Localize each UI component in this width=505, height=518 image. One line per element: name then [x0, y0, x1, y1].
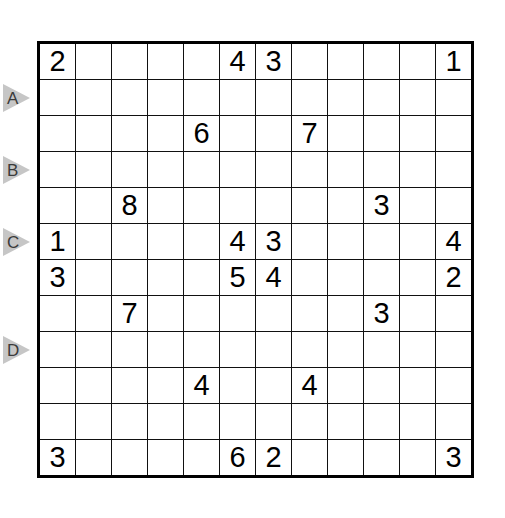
- cell-r10c3[interactable]: [112, 368, 147, 403]
- cell-r5c7[interactable]: [256, 188, 291, 223]
- cell-r7c5[interactable]: [184, 260, 219, 295]
- cell-r7c2[interactable]: [76, 260, 111, 295]
- cell-r7c12[interactable]: 2: [436, 260, 471, 295]
- cell-r9c7[interactable]: [256, 332, 291, 367]
- cell-r7c7[interactable]: 4: [256, 260, 291, 295]
- cell-r4c10[interactable]: [364, 152, 399, 187]
- cell-r12c4[interactable]: [148, 440, 183, 475]
- answer-row-marker-b-icon: B: [3, 156, 30, 184]
- cell-r2c4[interactable]: [148, 80, 183, 115]
- puzzle-grid: 243167831434354273443623: [37, 41, 474, 478]
- cell-r5c9[interactable]: [328, 188, 363, 223]
- cell-r8c1[interactable]: [40, 296, 75, 331]
- cell-r4c5[interactable]: [184, 152, 219, 187]
- cell-r3c1[interactable]: [40, 116, 75, 151]
- cell-r6c10[interactable]: [364, 224, 399, 259]
- cell-r8c3[interactable]: 7: [112, 296, 147, 331]
- cell-r3c7[interactable]: [256, 116, 291, 151]
- cell-r9c2[interactable]: [76, 332, 111, 367]
- cell-r12c1[interactable]: 3: [40, 440, 75, 475]
- cell-r9c6[interactable]: [220, 332, 255, 367]
- cell-r6c9[interactable]: [328, 224, 363, 259]
- cell-r11c4[interactable]: [148, 404, 183, 439]
- answer-row-marker-a-icon: A: [3, 84, 30, 112]
- cell-r10c7[interactable]: [256, 368, 291, 403]
- cell-r11c1[interactable]: [40, 404, 75, 439]
- cell-r8c4[interactable]: [148, 296, 183, 331]
- cell-r3c5[interactable]: 6: [184, 116, 219, 151]
- cell-r2c12[interactable]: [436, 80, 471, 115]
- cell-r6c6[interactable]: 4: [220, 224, 255, 259]
- cell-r2c5[interactable]: [184, 80, 219, 115]
- cell-r12c11[interactable]: [400, 440, 435, 475]
- cell-r10c11[interactable]: [400, 368, 435, 403]
- cell-r10c8[interactable]: 4: [292, 368, 327, 403]
- cell-r3c10[interactable]: [364, 116, 399, 151]
- cell-r8c10[interactable]: 3: [364, 296, 399, 331]
- cell-r2c8[interactable]: [292, 80, 327, 115]
- cell-r2c3[interactable]: [112, 80, 147, 115]
- cell-r12c6[interactable]: 6: [220, 440, 255, 475]
- cell-r1c7[interactable]: 3: [256, 44, 291, 79]
- cell-r1c6[interactable]: 4: [220, 44, 255, 79]
- cell-r6c8[interactable]: [292, 224, 327, 259]
- cell-r12c7[interactable]: 2: [256, 440, 291, 475]
- cell-r4c6[interactable]: [220, 152, 255, 187]
- puzzle-page: A B C D 243167831434354273443623: [0, 0, 505, 518]
- cell-r6c2[interactable]: [76, 224, 111, 259]
- cell-r5c11[interactable]: [400, 188, 435, 223]
- cell-r7c9[interactable]: [328, 260, 363, 295]
- cell-r8c9[interactable]: [328, 296, 363, 331]
- cell-r1c8[interactable]: [292, 44, 327, 79]
- cell-r6c3[interactable]: [112, 224, 147, 259]
- cell-r3c9[interactable]: [328, 116, 363, 151]
- cell-r1c10[interactable]: [364, 44, 399, 79]
- cell-r1c11[interactable]: [400, 44, 435, 79]
- cell-r5c2[interactable]: [76, 188, 111, 223]
- cell-r4c11[interactable]: [400, 152, 435, 187]
- cell-r1c5[interactable]: [184, 44, 219, 79]
- cell-r10c6[interactable]: [220, 368, 255, 403]
- cell-r10c2[interactable]: [76, 368, 111, 403]
- cell-r9c4[interactable]: [148, 332, 183, 367]
- cell-r3c3[interactable]: [112, 116, 147, 151]
- cell-r7c8[interactable]: [292, 260, 327, 295]
- cell-r7c3[interactable]: [112, 260, 147, 295]
- cell-r9c9[interactable]: [328, 332, 363, 367]
- cell-r9c5[interactable]: [184, 332, 219, 367]
- cell-r2c9[interactable]: [328, 80, 363, 115]
- cell-r2c10[interactable]: [364, 80, 399, 115]
- cell-r6c7[interactable]: 3: [256, 224, 291, 259]
- answer-row-letter-b: B: [3, 162, 18, 179]
- cell-r7c10[interactable]: [364, 260, 399, 295]
- cell-r2c7[interactable]: [256, 80, 291, 115]
- cell-r5c8[interactable]: [292, 188, 327, 223]
- cell-r6c1[interactable]: 1: [40, 224, 75, 259]
- cell-r3c2[interactable]: [76, 116, 111, 151]
- cell-r11c8[interactable]: [292, 404, 327, 439]
- cell-r11c7[interactable]: [256, 404, 291, 439]
- cell-r1c9[interactable]: [328, 44, 363, 79]
- cell-r5c4[interactable]: [148, 188, 183, 223]
- cell-r4c4[interactable]: [148, 152, 183, 187]
- cell-r6c11[interactable]: [400, 224, 435, 259]
- cell-r12c2[interactable]: [76, 440, 111, 475]
- cell-r8c2[interactable]: [76, 296, 111, 331]
- cell-r4c3[interactable]: [112, 152, 147, 187]
- cell-r11c12[interactable]: [436, 404, 471, 439]
- cell-r9c3[interactable]: [112, 332, 147, 367]
- cell-r9c8[interactable]: [292, 332, 327, 367]
- cell-r12c9[interactable]: [328, 440, 363, 475]
- cell-r8c8[interactable]: [292, 296, 327, 331]
- cell-r12c10[interactable]: [364, 440, 399, 475]
- cell-r10c1[interactable]: [40, 368, 75, 403]
- cell-r11c11[interactable]: [400, 404, 435, 439]
- cell-r7c4[interactable]: [148, 260, 183, 295]
- cell-r4c9[interactable]: [328, 152, 363, 187]
- cell-r9c11[interactable]: [400, 332, 435, 367]
- cell-r5c6[interactable]: [220, 188, 255, 223]
- cell-r10c12[interactable]: [436, 368, 471, 403]
- cell-r5c5[interactable]: [184, 188, 219, 223]
- cell-r10c10[interactable]: [364, 368, 399, 403]
- cell-r6c5[interactable]: [184, 224, 219, 259]
- cell-r12c8[interactable]: [292, 440, 327, 475]
- cell-r3c12[interactable]: [436, 116, 471, 151]
- cell-r7c11[interactable]: [400, 260, 435, 295]
- cell-r7c1[interactable]: 3: [40, 260, 75, 295]
- answer-row-marker-d-icon: D: [3, 336, 30, 364]
- answer-row-letter-d: D: [3, 342, 19, 359]
- cell-r3c8[interactable]: 7: [292, 116, 327, 151]
- cell-r10c4[interactable]: [148, 368, 183, 403]
- cell-r4c1[interactable]: [40, 152, 75, 187]
- cell-r1c1[interactable]: 2: [40, 44, 75, 79]
- cell-r9c12[interactable]: [436, 332, 471, 367]
- cell-r12c3[interactable]: [112, 440, 147, 475]
- cell-r3c4[interactable]: [148, 116, 183, 151]
- cell-r10c9[interactable]: [328, 368, 363, 403]
- cell-r5c1[interactable]: [40, 188, 75, 223]
- answer-row-letter-a: A: [3, 90, 18, 107]
- cell-r11c3[interactable]: [112, 404, 147, 439]
- cell-r11c9[interactable]: [328, 404, 363, 439]
- cell-r2c2[interactable]: [76, 80, 111, 115]
- cell-r4c8[interactable]: [292, 152, 327, 187]
- cell-r2c1[interactable]: [40, 80, 75, 115]
- cell-r11c5[interactable]: [184, 404, 219, 439]
- cell-r4c12[interactable]: [436, 152, 471, 187]
- cell-r4c7[interactable]: [256, 152, 291, 187]
- cell-r5c12[interactable]: [436, 188, 471, 223]
- cell-r9c10[interactable]: [364, 332, 399, 367]
- cell-r1c2[interactable]: [76, 44, 111, 79]
- cell-r1c12[interactable]: 1: [436, 44, 471, 79]
- cell-r9c1[interactable]: [40, 332, 75, 367]
- cell-r10c5[interactable]: 4: [184, 368, 219, 403]
- cell-r5c3[interactable]: 8: [112, 188, 147, 223]
- cell-r2c11[interactable]: [400, 80, 435, 115]
- cell-r11c6[interactable]: [220, 404, 255, 439]
- cell-r11c10[interactable]: [364, 404, 399, 439]
- cell-r6c4[interactable]: [148, 224, 183, 259]
- cell-r12c5[interactable]: [184, 440, 219, 475]
- cell-r6c12[interactable]: 4: [436, 224, 471, 259]
- cell-r12c12[interactable]: 3: [436, 440, 471, 475]
- answer-row-letter-c: C: [3, 234, 19, 251]
- cell-r3c11[interactable]: [400, 116, 435, 151]
- answer-row-marker-c-icon: C: [3, 228, 30, 256]
- cell-r1c4[interactable]: [148, 44, 183, 79]
- cell-r1c3[interactable]: [112, 44, 147, 79]
- cell-r4c2[interactable]: [76, 152, 111, 187]
- cell-r7c6[interactable]: 5: [220, 260, 255, 295]
- cell-r8c6[interactable]: [220, 296, 255, 331]
- cell-r8c5[interactable]: [184, 296, 219, 331]
- cell-r5c10[interactable]: 3: [364, 188, 399, 223]
- cell-r8c11[interactable]: [400, 296, 435, 331]
- cell-r2c6[interactable]: [220, 80, 255, 115]
- cell-r11c2[interactable]: [76, 404, 111, 439]
- cell-r8c12[interactable]: [436, 296, 471, 331]
- cell-r3c6[interactable]: [220, 116, 255, 151]
- cell-r8c7[interactable]: [256, 296, 291, 331]
